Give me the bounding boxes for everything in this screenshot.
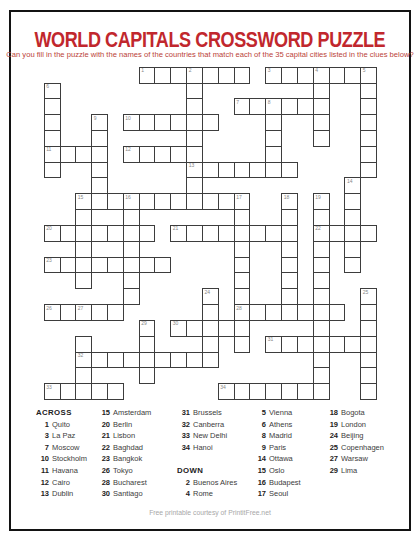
clue-item-text: Madrid	[269, 431, 292, 440]
grid-cell[interactable]	[139, 367, 156, 384]
clue-item: 27Warsaw	[325, 453, 384, 465]
clue-item-text: Moscow	[52, 443, 80, 452]
grid-cell[interactable]	[139, 114, 156, 131]
grid-cell[interactable]	[154, 67, 171, 84]
grid-cell[interactable]	[91, 177, 108, 194]
grid-cell[interactable]	[313, 241, 330, 258]
grid-cell[interactable]	[123, 241, 140, 258]
grid-cell[interactable]: 5	[360, 67, 377, 84]
grid-cell[interactable]	[313, 383, 330, 400]
grid-cell[interactable]	[154, 352, 171, 369]
grid-cell[interactable]	[123, 272, 140, 289]
grid-cell[interactable]	[186, 114, 203, 131]
clue-item: 24Beijing	[325, 430, 384, 442]
grid-cell[interactable]	[249, 304, 266, 321]
clue-item-number: 5	[253, 407, 266, 419]
grid-cell[interactable]	[218, 162, 235, 179]
cell-clue-number: 30	[173, 321, 179, 326]
grid-cell[interactable]	[91, 383, 108, 400]
cell-clue-number: 22	[315, 226, 321, 231]
cell-clue-number: 6	[46, 84, 49, 89]
clue-column: 31Brussels32Canberra33New Delhi34HanoiDO…	[177, 407, 237, 500]
grid-cell[interactable]	[234, 225, 251, 242]
grid-cell[interactable]	[91, 146, 108, 163]
grid-cell[interactable]	[202, 67, 219, 84]
grid-cell[interactable]	[186, 193, 203, 210]
clue-item-text: Vienna	[269, 408, 292, 417]
clue-item-number: 24	[325, 430, 338, 442]
grid-cell[interactable]	[265, 304, 282, 321]
grid-cell[interactable]	[75, 383, 92, 400]
grid-cell[interactable]	[297, 383, 314, 400]
grid-cell[interactable]	[107, 257, 124, 274]
clue-item: 13Dublin	[36, 488, 87, 500]
grid-cell[interactable]	[313, 83, 330, 100]
grid-cell[interactable]	[234, 209, 251, 226]
clue-item-text: Oslo	[269, 466, 284, 475]
clue-item-number: 16	[253, 477, 266, 489]
clue-item: 20Berlin	[97, 419, 151, 431]
grid-cell[interactable]	[91, 225, 108, 242]
clue-item: 25Copenhagen	[325, 442, 384, 454]
grid-cell[interactable]	[107, 225, 124, 242]
grid-cell[interactable]	[360, 336, 377, 353]
grid-cell[interactable]	[139, 193, 156, 210]
grid-cell[interactable]	[313, 209, 330, 226]
clue-item-text: Stockholm	[52, 454, 87, 463]
clue-item-number: 25	[325, 442, 338, 454]
footer-credit: Free printable courtesy of PrintitFree.n…	[0, 509, 420, 516]
grid-cell[interactable]	[313, 98, 330, 115]
grid-cell[interactable]	[360, 83, 377, 100]
grid-cell[interactable]	[360, 130, 377, 147]
clue-item: 11Havana	[36, 465, 87, 477]
clue-column: 15Amsterdam20Berlin21Lisbon22Baghdad23Ba…	[97, 407, 151, 500]
cell-clue-number: 34	[220, 385, 226, 390]
grid-cell[interactable]	[360, 304, 377, 321]
grid-cell[interactable]	[60, 257, 77, 274]
grid-cell[interactable]	[281, 98, 298, 115]
grid-cell[interactable]	[123, 257, 140, 274]
grid-cell[interactable]	[360, 114, 377, 131]
cell-clue-number: 15	[78, 195, 84, 200]
grid-cell[interactable]	[281, 209, 298, 226]
grid-cell[interactable]: 31	[265, 336, 282, 353]
grid-cell[interactable]	[60, 383, 77, 400]
grid-cell[interactable]	[344, 257, 361, 274]
grid-cell[interactable]	[202, 114, 219, 131]
grid-cell[interactable]	[186, 83, 203, 100]
grid-cell[interactable]	[249, 225, 266, 242]
grid-cell[interactable]	[313, 288, 330, 305]
grid-cell[interactable]: 14	[344, 177, 361, 194]
grid-cell[interactable]: 2	[186, 67, 203, 84]
grid-cell[interactable]	[281, 336, 298, 353]
clue-item-number: 1	[36, 419, 49, 431]
grid-cell[interactable]	[75, 146, 92, 163]
clue-item: 33New Delhi	[177, 430, 237, 442]
grid-cell[interactable]	[107, 352, 124, 369]
clue-item-number: 33	[177, 430, 190, 442]
grid-cell[interactable]	[313, 367, 330, 384]
grid-cell[interactable]: 8	[265, 98, 282, 115]
cell-clue-number: 2	[189, 68, 192, 73]
clue-item: 3La Paz	[36, 430, 87, 442]
clue-item-number: 26	[97, 465, 110, 477]
grid-cell[interactable]	[44, 162, 61, 179]
grid-cell[interactable]	[281, 288, 298, 305]
clue-item-number: 15	[97, 407, 110, 419]
clue-item: 19London	[325, 419, 384, 431]
grid-cell[interactable]	[313, 336, 330, 353]
clue-column: 5Vienna6Athens8Madrid9Paris14Ottawa15Osl…	[253, 407, 301, 500]
clue-item-text: Cairo	[52, 478, 70, 487]
grid-cell[interactable]	[75, 367, 92, 384]
grid-cell[interactable]	[186, 225, 203, 242]
grid-cell[interactable]	[297, 304, 314, 321]
grid-cell[interactable]	[186, 320, 203, 337]
grid-cell[interactable]	[218, 193, 235, 210]
grid-cell[interactable]	[218, 67, 235, 84]
grid-cell[interactable]: 33	[44, 383, 61, 400]
grid-cell[interactable]	[234, 257, 251, 274]
grid-cell[interactable]	[297, 67, 314, 84]
grid-cell[interactable]	[218, 320, 235, 337]
grid-cell[interactable]: 28	[234, 304, 251, 321]
clue-item-number: 9	[253, 442, 266, 454]
grid-cell[interactable]: 17	[234, 193, 251, 210]
grid-cell[interactable]	[344, 209, 361, 226]
grid-cell[interactable]	[75, 209, 92, 226]
grid-cell[interactable]	[281, 272, 298, 289]
grid-cell[interactable]	[139, 225, 156, 242]
clue-item-text: Amsterdam	[113, 408, 151, 417]
clue-item: 17Seoul	[253, 488, 301, 500]
cell-clue-number: 21	[173, 226, 179, 231]
grid-cell[interactable]	[344, 336, 361, 353]
clue-item: 15Amsterdam	[97, 407, 151, 419]
grid-cell[interactable]	[360, 383, 377, 400]
grid-cell[interactable]	[154, 114, 171, 131]
grid-cell[interactable]	[265, 130, 282, 147]
clue-item: 4Rome	[177, 488, 237, 500]
clue-item-number: 29	[325, 465, 338, 477]
cell-clue-number: 8	[268, 100, 271, 105]
clue-item-text: Bogota	[341, 408, 365, 417]
cell-clue-number: 13	[189, 163, 195, 168]
grid-cell[interactable]	[186, 130, 203, 147]
grid-cell[interactable]	[139, 257, 156, 274]
cell-clue-number: 29	[141, 321, 147, 326]
grid-cell[interactable]	[234, 272, 251, 289]
grid-cell[interactable]	[234, 288, 251, 305]
grid-cell[interactable]: 30	[170, 320, 187, 337]
grid-cell[interactable]	[249, 383, 266, 400]
clue-item: 30Santiago	[97, 488, 151, 500]
grid-cell[interactable]	[91, 257, 108, 274]
grid-cell[interactable]	[202, 193, 219, 210]
grid-cell[interactable]: 16	[123, 193, 140, 210]
grid-cell[interactable]: 1	[139, 67, 156, 84]
clue-item-text: Dublin	[52, 489, 73, 498]
grid-cell[interactable]	[123, 352, 140, 369]
grid-cell[interactable]	[234, 336, 251, 353]
grid-cell[interactable]	[202, 162, 219, 179]
clue-item-text: La Paz	[52, 431, 75, 440]
grid-cell[interactable]	[265, 162, 282, 179]
cell-clue-number: 10	[125, 116, 131, 121]
grid-cell[interactable]: 15	[75, 193, 92, 210]
grid-cell[interactable]: 26	[44, 304, 61, 321]
grid-cell[interactable]	[344, 241, 361, 258]
clue-item: 8Madrid	[253, 430, 301, 442]
grid-cell[interactable]	[60, 304, 77, 321]
grid-cell[interactable]	[281, 383, 298, 400]
grid-cell[interactable]: 11	[44, 146, 61, 163]
clues-section: ACROSS1Quito3La Paz7Moscow10Stockholm11H…	[0, 407, 420, 502]
grid-cell[interactable]	[313, 304, 330, 321]
cell-clue-number: 9	[94, 116, 97, 121]
clue-item-number: 32	[177, 419, 190, 431]
clue-item-number: 7	[36, 442, 49, 454]
clue-item-text: Copenhagen	[341, 443, 384, 452]
cell-clue-number: 5	[363, 68, 366, 73]
clue-item-number: 18	[325, 407, 338, 419]
grid-cell[interactable]: 7	[234, 98, 251, 115]
clue-item-text: Canberra	[193, 420, 224, 429]
grid-cell[interactable]	[249, 98, 266, 115]
grid-cell[interactable]: 4	[313, 67, 330, 84]
grid-cell[interactable]	[281, 304, 298, 321]
clue-item-number: 17	[253, 488, 266, 500]
grid-cell[interactable]	[202, 336, 219, 353]
grid-cell[interactable]	[170, 146, 187, 163]
puzzle-instructions: Can you fill in the puzzle with the name…	[0, 50, 420, 59]
grid-cell[interactable]	[107, 383, 124, 400]
grid-cell[interactable]	[107, 304, 124, 321]
grid-cell[interactable]	[107, 193, 124, 210]
clue-item: 28Bucharest	[97, 477, 151, 489]
grid-cell[interactable]	[344, 225, 361, 242]
grid-cell[interactable]	[123, 225, 140, 242]
grid-cell[interactable]	[313, 114, 330, 131]
clue-item-number: 8	[253, 430, 266, 442]
grid-cell[interactable]	[360, 225, 377, 242]
clue-item-number: 10	[36, 453, 49, 465]
clue-item-text: Bangkok	[113, 454, 142, 463]
grid-cell[interactable]	[139, 146, 156, 163]
grid-cell[interactable]: 22	[313, 225, 330, 242]
grid-cell[interactable]: 24	[202, 288, 219, 305]
grid-cell[interactable]	[329, 336, 346, 353]
grid-cell[interactable]	[186, 98, 203, 115]
clue-item: 14Ottawa	[253, 453, 301, 465]
cell-clue-number: 28	[236, 306, 242, 311]
cell-clue-number: 19	[315, 195, 321, 200]
grid-cell[interactable]	[170, 114, 187, 131]
grid-cell[interactable]	[360, 367, 377, 384]
grid-cell[interactable]: 32	[75, 352, 92, 369]
grid-cell[interactable]	[202, 352, 219, 369]
clue-item-text: Quito	[52, 420, 70, 429]
cell-clue-number: 12	[125, 147, 131, 152]
grid-cell[interactable]	[186, 177, 203, 194]
grid-cell[interactable]	[75, 272, 92, 289]
grid-cell[interactable]: 20	[44, 225, 61, 242]
grid-cell[interactable]: 9	[91, 114, 108, 131]
grid-cell[interactable]	[281, 225, 298, 242]
grid-cell[interactable]	[75, 241, 92, 258]
grid-cell[interactable]	[139, 336, 156, 353]
grid-cell[interactable]: 13	[186, 162, 203, 179]
clue-item-text: Rome	[193, 489, 213, 498]
grid-cell[interactable]	[360, 162, 377, 179]
grid-cell[interactable]	[60, 146, 77, 163]
grid-cell[interactable]	[91, 352, 108, 369]
grid-cell[interactable]	[44, 114, 61, 131]
page: { "game": "crossword", "variant": "free-…	[0, 0, 420, 538]
clue-item-number: 13	[36, 488, 49, 500]
grid-cell[interactable]	[329, 225, 346, 242]
grid-cell[interactable]	[281, 257, 298, 274]
cell-clue-number: 31	[268, 337, 274, 342]
clue-item-number: 14	[253, 453, 266, 465]
grid-cell[interactable]	[297, 336, 314, 353]
clue-item-number: 2	[177, 477, 190, 489]
grid-cell[interactable]	[202, 320, 219, 337]
grid-cell[interactable]: 12	[123, 146, 140, 163]
grid-cell[interactable]	[75, 225, 92, 242]
grid-cell[interactable]	[313, 352, 330, 369]
cell-clue-number: 25	[363, 290, 369, 295]
clue-item: 32Canberra	[177, 419, 237, 431]
grid-cell[interactable]	[202, 304, 219, 321]
cell-clue-number: 20	[46, 226, 52, 231]
clue-item: 6Athens	[253, 419, 301, 431]
grid-cell[interactable]	[360, 146, 377, 163]
clue-item: 1Quito	[36, 419, 87, 431]
clue-item-number: 3	[36, 430, 49, 442]
clue-item: 18Bogota	[325, 407, 384, 419]
grid-cell[interactable]	[234, 383, 251, 400]
cell-clue-number: 27	[78, 306, 84, 311]
grid-cell[interactable]	[360, 98, 377, 115]
down-header: DOWN	[177, 466, 203, 475]
grid-cell[interactable]: 34	[218, 383, 235, 400]
grid-cell[interactable]	[170, 67, 187, 84]
grid-cell[interactable]: 19	[313, 193, 330, 210]
grid-cell[interactable]	[75, 336, 92, 353]
grid-cell[interactable]	[123, 209, 140, 226]
grid-cell[interactable]	[60, 225, 77, 242]
grid-cell[interactable]	[265, 383, 282, 400]
grid-cell[interactable]	[218, 225, 235, 242]
grid-cell[interactable]	[170, 193, 187, 210]
grid-cell[interactable]	[186, 146, 203, 163]
grid-cell[interactable]	[154, 146, 171, 163]
clue-item: 16Budapest	[253, 477, 301, 489]
grid-cell[interactable]	[265, 114, 282, 131]
grid-cell[interactable]: 18	[281, 193, 298, 210]
grid-cell[interactable]	[313, 130, 330, 147]
clue-item-text: Tokyo	[113, 466, 133, 475]
crossword-grid: 1234567891011121314151617181920212223242…	[44, 67, 377, 400]
grid-cell[interactable]	[123, 288, 140, 305]
grid-cell[interactable]	[265, 146, 282, 163]
clue-item: 5Vienna	[253, 407, 301, 419]
grid-cell[interactable]	[139, 352, 156, 369]
grid-cell[interactable]	[91, 304, 108, 321]
clue-item-text: Santiago	[113, 489, 143, 498]
grid-cell[interactable]	[329, 67, 346, 84]
grid-cell[interactable]	[234, 67, 251, 84]
grid-cell[interactable]	[329, 304, 346, 321]
grid-cell[interactable]	[281, 162, 298, 179]
clue-item: 12Cairo	[36, 477, 87, 489]
grid-cell[interactable]	[154, 257, 171, 274]
clue-item: 10Stockholm	[36, 453, 87, 465]
clue-item-text: London	[341, 420, 366, 429]
clue-item-text: Lisbon	[113, 431, 135, 440]
grid-cell[interactable]: 3	[265, 67, 282, 84]
grid-cell[interactable]	[202, 225, 219, 242]
grid-cell[interactable]	[265, 225, 282, 242]
grid-cell[interactable]: 23	[44, 257, 61, 274]
grid-cell[interactable]	[91, 162, 108, 179]
grid-cell[interactable]	[44, 130, 61, 147]
grid-cell[interactable]: 29	[139, 320, 156, 337]
clue-item: 9Paris	[253, 442, 301, 454]
grid-cell[interactable]	[313, 272, 330, 289]
grid-cell[interactable]	[360, 320, 377, 337]
clue-item-number: 22	[97, 442, 110, 454]
grid-cell[interactable]	[281, 67, 298, 84]
grid-cell[interactable]	[44, 98, 61, 115]
grid-cell[interactable]	[91, 193, 108, 210]
grid-cell[interactable]	[91, 130, 108, 147]
grid-cell[interactable]	[344, 67, 361, 84]
grid-cell[interactable]: 21	[170, 225, 187, 242]
grid-cell[interactable]	[360, 352, 377, 369]
grid-cell[interactable]	[154, 193, 171, 210]
grid-cell[interactable]	[313, 320, 330, 337]
clue-item: 21Lisbon	[97, 430, 151, 442]
clue-item: 2Buenos Aires	[177, 477, 237, 489]
cell-clue-number: 7	[236, 100, 239, 105]
grid-cell[interactable]	[281, 241, 298, 258]
grid-cell[interactable]: 25	[360, 288, 377, 305]
grid-cell[interactable]	[234, 241, 251, 258]
clue-item-text: Warsaw	[341, 454, 368, 463]
grid-cell[interactable]	[75, 257, 92, 274]
grid-cell[interactable]	[313, 257, 330, 274]
cell-clue-number: 16	[125, 195, 131, 200]
grid-cell[interactable]	[344, 193, 361, 210]
grid-cell[interactable]: 10	[123, 114, 140, 131]
grid-cell[interactable]	[170, 352, 187, 369]
grid-cell[interactable]: 27	[75, 304, 92, 321]
grid-cell[interactable]: 6	[44, 83, 61, 100]
grid-cell[interactable]	[234, 162, 251, 179]
clue-item-number: 30	[97, 488, 110, 500]
grid-cell[interactable]	[297, 98, 314, 115]
clue-item-text: Brussels	[193, 408, 222, 417]
clue-item-number: 4	[177, 488, 190, 500]
grid-cell[interactable]	[186, 352, 203, 369]
clue-item-number: 19	[325, 419, 338, 431]
grid-cell[interactable]	[234, 320, 251, 337]
grid-cell[interactable]	[249, 162, 266, 179]
